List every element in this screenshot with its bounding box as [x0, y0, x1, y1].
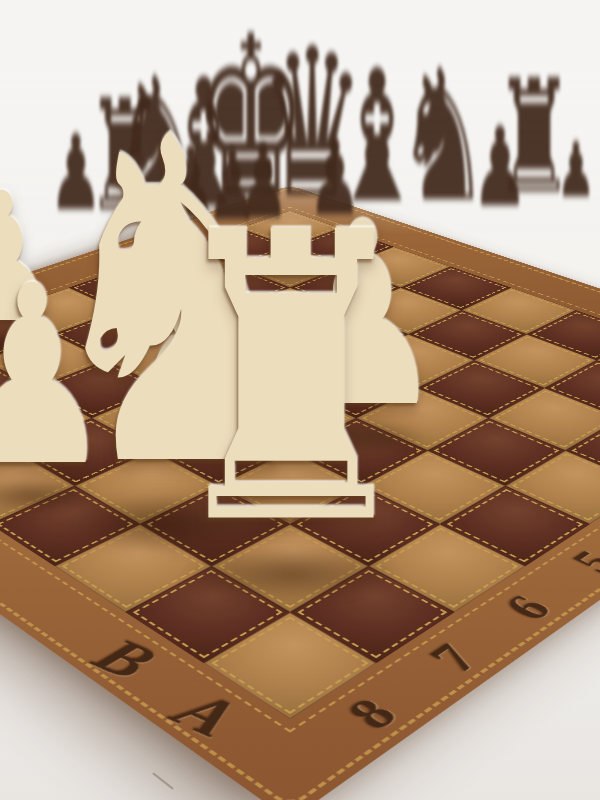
board-square-b1: [597, 334, 600, 388]
rank-label-7: 7: [397, 624, 509, 693]
light-rook-piece-b7: ♜: [160, 181, 423, 578]
board-square-a4: [505, 451, 600, 525]
board-square-b2: [545, 360, 600, 418]
board-square-a3: [565, 418, 600, 486]
board-square-b3: [488, 388, 600, 451]
board-square-d1: [461, 288, 575, 335]
dark-pawn-piece-a2: ♟: [557, 133, 596, 208]
board-square-c1: [527, 310, 600, 360]
board-square-c2: [474, 334, 597, 388]
scene: AB876543 ♜♞♟♝♟♟♚♟♛♟♝♞♟♜♟♟♟♟♞♟♜: [0, 0, 600, 800]
surface-scratch: [152, 772, 174, 790]
rank-label-6: 6: [474, 577, 581, 640]
rank-label-5: 5: [544, 534, 600, 591]
rank-label-8: 8: [312, 676, 431, 753]
board-square-b4: [428, 418, 566, 486]
